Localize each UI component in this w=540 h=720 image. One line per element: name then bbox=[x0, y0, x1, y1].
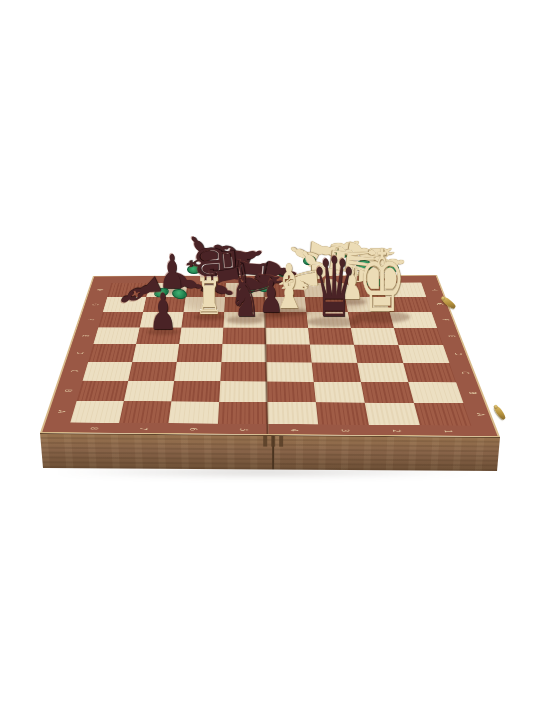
file-label-left-f: F bbox=[86, 319, 95, 321]
rank-label-front-4: 4 bbox=[288, 429, 298, 432]
file-label-right-h: H bbox=[430, 288, 439, 290]
square-b4 bbox=[267, 382, 316, 403]
rank-label-front-8: 8 bbox=[88, 427, 98, 430]
square-b7 bbox=[124, 381, 174, 402]
square-d8 bbox=[88, 344, 136, 362]
file-label-right-c: C bbox=[460, 371, 470, 374]
square-c3 bbox=[312, 363, 361, 382]
square-b1 bbox=[408, 382, 463, 403]
square-c7 bbox=[128, 362, 176, 381]
square-b8 bbox=[77, 381, 129, 401]
rank-label-front-6: 6 bbox=[187, 428, 197, 431]
file-label-left-d: D bbox=[75, 351, 84, 354]
square-d4 bbox=[266, 344, 312, 362]
black-pawn: ♟ bbox=[259, 275, 283, 319]
square-a2 bbox=[365, 403, 420, 426]
square-a8 bbox=[70, 401, 124, 423]
square-a3 bbox=[316, 402, 369, 425]
square-a7 bbox=[119, 401, 171, 423]
square-e8 bbox=[93, 327, 139, 344]
square-a5 bbox=[218, 402, 268, 424]
square-c2 bbox=[357, 363, 408, 383]
black-queen: ♛ bbox=[311, 246, 357, 329]
white-rook: ♜ bbox=[195, 272, 223, 322]
file-label-left-c: C bbox=[69, 370, 79, 373]
file-label-right-g: G bbox=[435, 303, 444, 305]
square-d1 bbox=[398, 345, 449, 363]
square-a6 bbox=[168, 401, 219, 423]
black-pawn: ♟ bbox=[149, 287, 177, 337]
file-label-left-b: B bbox=[63, 389, 73, 392]
file-label-right-a: A bbox=[475, 413, 486, 416]
rank-label-front-5: 5 bbox=[238, 428, 248, 431]
square-d2 bbox=[354, 345, 403, 363]
black-knight: ♞ bbox=[230, 270, 261, 325]
square-b5 bbox=[219, 381, 267, 402]
file-label-right-e: E bbox=[447, 335, 456, 337]
square-b2 bbox=[361, 382, 414, 403]
rank-label-front-1: 1 bbox=[442, 430, 453, 433]
file-label-right-d: D bbox=[453, 352, 463, 355]
square-d7 bbox=[132, 344, 179, 362]
square-e6 bbox=[179, 328, 223, 345]
square-a4 bbox=[267, 402, 318, 424]
rank-label-front-3: 3 bbox=[339, 429, 349, 432]
square-c1 bbox=[403, 363, 456, 383]
square-d5 bbox=[221, 344, 266, 362]
square-b6 bbox=[171, 381, 220, 402]
file-label-left-g: G bbox=[91, 303, 99, 305]
square-d6 bbox=[177, 344, 223, 362]
square-c5 bbox=[220, 362, 267, 381]
square-d3 bbox=[310, 345, 357, 363]
finger-joints bbox=[263, 436, 283, 447]
square-a1 bbox=[414, 403, 471, 426]
square-e5 bbox=[222, 328, 266, 345]
rank-label-front-2: 2 bbox=[390, 429, 401, 432]
file-label-left-a: A bbox=[56, 410, 66, 413]
box-front-side bbox=[40, 433, 500, 471]
brass-clasp bbox=[493, 405, 507, 421]
white-king: ♚ bbox=[358, 238, 406, 324]
file-label-left-e: E bbox=[81, 335, 90, 337]
chess-set-product-photo: HHGGFFEEDDCCBBAA87654321 ♟♟♟♝♟♝♟♞♟♟♚♛♜♟♟… bbox=[0, 0, 540, 720]
file-label-right-b: B bbox=[467, 391, 478, 394]
square-c6 bbox=[174, 362, 221, 381]
square-e4 bbox=[266, 328, 310, 345]
square-c8 bbox=[83, 362, 133, 381]
rank-label-front-7: 7 bbox=[138, 427, 148, 430]
square-b3 bbox=[314, 382, 365, 403]
square-c4 bbox=[266, 362, 313, 381]
file-label-right-f: F bbox=[441, 319, 450, 321]
file-label-left-h: H bbox=[95, 289, 103, 291]
